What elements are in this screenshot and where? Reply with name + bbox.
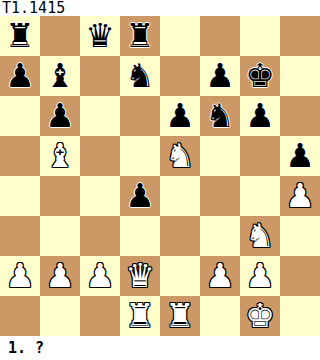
square-e6[interactable]: ♟	[160, 96, 200, 136]
chess-board: ♜♛♜♟♝♞♟♚♟♟♞♟♝♞♟♟♟♞♟♟♟♛♟♟♜♜♚	[0, 16, 320, 336]
piece-white-pawn[interactable]: ♟	[5, 256, 35, 296]
piece-white-rook[interactable]: ♜	[125, 296, 155, 336]
piece-white-knight[interactable]: ♞	[245, 216, 275, 256]
piece-black-king[interactable]: ♚	[245, 56, 275, 96]
piece-black-knight[interactable]: ♞	[125, 56, 155, 96]
piece-white-pawn[interactable]: ♟	[285, 176, 315, 216]
square-g5[interactable]	[240, 136, 280, 176]
square-a8[interactable]: ♜	[0, 16, 40, 56]
piece-white-rook[interactable]: ♜	[165, 296, 195, 336]
square-b2[interactable]: ♟	[40, 256, 80, 296]
square-f1[interactable]	[200, 296, 240, 336]
piece-white-pawn[interactable]: ♟	[85, 256, 115, 296]
square-f3[interactable]	[200, 216, 240, 256]
square-h3[interactable]	[280, 216, 320, 256]
square-h1[interactable]	[280, 296, 320, 336]
move-prompt-bar: 1. ?	[0, 336, 320, 360]
square-e2[interactable]	[160, 256, 200, 296]
square-g2[interactable]: ♟	[240, 256, 280, 296]
square-c2[interactable]: ♟	[80, 256, 120, 296]
square-a3[interactable]	[0, 216, 40, 256]
square-f2[interactable]: ♟	[200, 256, 240, 296]
piece-black-pawn[interactable]: ♟	[245, 96, 275, 136]
square-g1[interactable]: ♚	[240, 296, 280, 336]
square-d7[interactable]: ♞	[120, 56, 160, 96]
square-c4[interactable]	[80, 176, 120, 216]
square-b8[interactable]	[40, 16, 80, 56]
square-g3[interactable]: ♞	[240, 216, 280, 256]
piece-white-queen[interactable]: ♛	[125, 256, 155, 296]
square-d2[interactable]: ♛	[120, 256, 160, 296]
square-a5[interactable]	[0, 136, 40, 176]
square-f7[interactable]: ♟	[200, 56, 240, 96]
square-d1[interactable]: ♜	[120, 296, 160, 336]
piece-white-pawn[interactable]: ♟	[205, 256, 235, 296]
square-h2[interactable]	[280, 256, 320, 296]
square-h8[interactable]	[280, 16, 320, 56]
square-d6[interactable]	[120, 96, 160, 136]
piece-black-pawn[interactable]: ♟	[45, 96, 75, 136]
square-c1[interactable]	[80, 296, 120, 336]
square-e8[interactable]	[160, 16, 200, 56]
square-d5[interactable]	[120, 136, 160, 176]
puzzle-title-bar: T1.1415	[0, 0, 320, 16]
square-c6[interactable]	[80, 96, 120, 136]
piece-black-pawn[interactable]: ♟	[125, 176, 155, 216]
piece-white-king[interactable]: ♚	[245, 296, 275, 336]
square-e5[interactable]: ♞	[160, 136, 200, 176]
piece-white-pawn[interactable]: ♟	[245, 256, 275, 296]
square-f4[interactable]	[200, 176, 240, 216]
chess-trainer-window: T1.1415 ♜♛♜♟♝♞♟♚♟♟♞♟♝♞♟♟♟♞♟♟♟♛♟♟♜♜♚ 1. ?	[0, 0, 320, 360]
square-a1[interactable]	[0, 296, 40, 336]
piece-black-rook[interactable]: ♜	[125, 16, 155, 56]
square-g7[interactable]: ♚	[240, 56, 280, 96]
square-c8[interactable]: ♛	[80, 16, 120, 56]
piece-white-bishop[interactable]: ♝	[45, 136, 75, 176]
square-a6[interactable]	[0, 96, 40, 136]
move-prompt: 1. ?	[0, 336, 44, 360]
square-g4[interactable]	[240, 176, 280, 216]
square-e7[interactable]	[160, 56, 200, 96]
square-c5[interactable]	[80, 136, 120, 176]
square-h4[interactable]: ♟	[280, 176, 320, 216]
square-b3[interactable]	[40, 216, 80, 256]
square-c7[interactable]	[80, 56, 120, 96]
piece-black-pawn[interactable]: ♟	[5, 56, 35, 96]
square-g8[interactable]	[240, 16, 280, 56]
square-b5[interactable]: ♝	[40, 136, 80, 176]
square-f8[interactable]	[200, 16, 240, 56]
puzzle-id: T1.1415	[0, 0, 65, 16]
square-e1[interactable]: ♜	[160, 296, 200, 336]
piece-white-pawn[interactable]: ♟	[45, 256, 75, 296]
piece-black-rook[interactable]: ♜	[5, 16, 35, 56]
square-h6[interactable]	[280, 96, 320, 136]
piece-black-pawn[interactable]: ♟	[205, 56, 235, 96]
piece-black-knight[interactable]: ♞	[205, 96, 235, 136]
square-d4[interactable]: ♟	[120, 176, 160, 216]
piece-black-pawn[interactable]: ♟	[285, 136, 315, 176]
piece-black-pawn[interactable]: ♟	[165, 96, 195, 136]
square-b4[interactable]	[40, 176, 80, 216]
piece-white-knight[interactable]: ♞	[165, 136, 195, 176]
square-e4[interactable]	[160, 176, 200, 216]
piece-black-bishop[interactable]: ♝	[45, 56, 75, 96]
piece-black-queen[interactable]: ♛	[85, 16, 115, 56]
square-h7[interactable]	[280, 56, 320, 96]
square-h5[interactable]: ♟	[280, 136, 320, 176]
square-a4[interactable]	[0, 176, 40, 216]
square-f5[interactable]	[200, 136, 240, 176]
square-d8[interactable]: ♜	[120, 16, 160, 56]
square-b6[interactable]: ♟	[40, 96, 80, 136]
square-b7[interactable]: ♝	[40, 56, 80, 96]
square-b1[interactable]	[40, 296, 80, 336]
square-f6[interactable]: ♞	[200, 96, 240, 136]
square-c3[interactable]	[80, 216, 120, 256]
square-g6[interactable]: ♟	[240, 96, 280, 136]
square-a7[interactable]: ♟	[0, 56, 40, 96]
square-d3[interactable]	[120, 216, 160, 256]
square-a2[interactable]: ♟	[0, 256, 40, 296]
square-e3[interactable]	[160, 216, 200, 256]
